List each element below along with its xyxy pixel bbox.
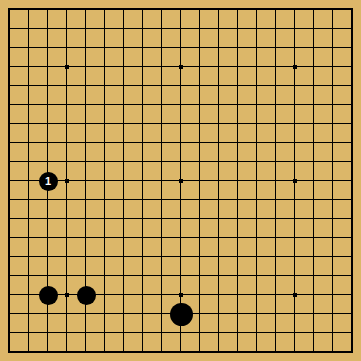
- star-point: [179, 65, 183, 69]
- star-point: [293, 65, 297, 69]
- star-point: [293, 293, 297, 297]
- star-point: [65, 179, 69, 183]
- stone-black-c4: [39, 286, 58, 305]
- star-point: [293, 179, 297, 183]
- star-point: [65, 293, 69, 297]
- star-point: [65, 65, 69, 69]
- move-number-label: 1: [45, 176, 51, 187]
- star-point: [179, 293, 183, 297]
- stone-black-c10: 1: [39, 172, 58, 191]
- star-point: [179, 179, 183, 183]
- go-board[interactable]: 1: [0, 0, 361, 361]
- board-intersections: 1: [1, 1, 361, 361]
- stone-black-k3: [170, 303, 193, 326]
- stone-black-e4: [77, 286, 96, 305]
